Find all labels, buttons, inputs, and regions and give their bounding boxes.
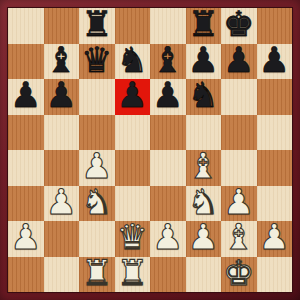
chess-board: ♜♜♚♝♛♞♝♟♟♟♟♟♟♟♞♟♝♟♞♞♟♟♛♟♟♝♟♜♜♚ bbox=[8, 8, 292, 292]
square-h8[interactable] bbox=[257, 8, 293, 44]
piece-white-bishop[interactable]: ♝ bbox=[188, 150, 219, 184]
square-b6[interactable]: ♟ bbox=[44, 79, 80, 115]
piece-white-bishop[interactable]: ♝ bbox=[223, 221, 254, 255]
square-f8[interactable]: ♜ bbox=[186, 8, 222, 44]
square-g1[interactable]: ♚ bbox=[221, 257, 257, 293]
square-c4[interactable]: ♟ bbox=[79, 150, 115, 186]
square-f5[interactable] bbox=[186, 115, 222, 151]
square-g3[interactable]: ♟ bbox=[221, 186, 257, 222]
piece-black-pawn[interactable]: ♟ bbox=[152, 79, 183, 113]
square-b4[interactable] bbox=[44, 150, 80, 186]
square-b3[interactable]: ♟ bbox=[44, 186, 80, 222]
board-frame: ♜♜♚♝♛♞♝♟♟♟♟♟♟♟♞♟♝♟♞♞♟♟♛♟♟♝♟♜♜♚ bbox=[0, 0, 300, 300]
square-a4[interactable] bbox=[8, 150, 44, 186]
piece-white-knight[interactable]: ♞ bbox=[81, 186, 112, 220]
piece-black-bishop[interactable]: ♝ bbox=[46, 44, 77, 78]
square-a3[interactable] bbox=[8, 186, 44, 222]
piece-white-pawn[interactable]: ♟ bbox=[259, 221, 290, 255]
piece-black-king[interactable]: ♚ bbox=[223, 8, 254, 42]
piece-black-pawn[interactable]: ♟ bbox=[46, 79, 77, 113]
square-h4[interactable] bbox=[257, 150, 293, 186]
square-a8[interactable] bbox=[8, 8, 44, 44]
square-a6[interactable]: ♟ bbox=[8, 79, 44, 115]
piece-white-pawn[interactable]: ♟ bbox=[188, 221, 219, 255]
square-h7[interactable]: ♟ bbox=[257, 44, 293, 80]
square-h5[interactable] bbox=[257, 115, 293, 151]
square-g5[interactable] bbox=[221, 115, 257, 151]
square-a2[interactable]: ♟ bbox=[8, 221, 44, 257]
piece-black-knight[interactable]: ♞ bbox=[188, 79, 219, 113]
square-g4[interactable] bbox=[221, 150, 257, 186]
square-b5[interactable] bbox=[44, 115, 80, 151]
square-f1[interactable] bbox=[186, 257, 222, 293]
square-e1[interactable] bbox=[150, 257, 186, 293]
piece-white-rook[interactable]: ♜ bbox=[117, 257, 148, 291]
square-b2[interactable] bbox=[44, 221, 80, 257]
square-h6[interactable] bbox=[257, 79, 293, 115]
square-g2[interactable]: ♝ bbox=[221, 221, 257, 257]
square-a5[interactable] bbox=[8, 115, 44, 151]
piece-white-pawn[interactable]: ♟ bbox=[223, 186, 254, 220]
piece-white-pawn[interactable]: ♟ bbox=[81, 150, 112, 184]
square-h2[interactable]: ♟ bbox=[257, 221, 293, 257]
square-b7[interactable]: ♝ bbox=[44, 44, 80, 80]
square-a7[interactable] bbox=[8, 44, 44, 80]
piece-white-pawn[interactable]: ♟ bbox=[152, 221, 183, 255]
square-d7[interactable]: ♞ bbox=[115, 44, 151, 80]
square-c6[interactable] bbox=[79, 79, 115, 115]
piece-black-pawn[interactable]: ♟ bbox=[188, 44, 219, 78]
square-f4[interactable]: ♝ bbox=[186, 150, 222, 186]
square-e2[interactable]: ♟ bbox=[150, 221, 186, 257]
square-f3[interactable]: ♞ bbox=[186, 186, 222, 222]
square-d2[interactable]: ♛ bbox=[115, 221, 151, 257]
piece-white-king[interactable]: ♚ bbox=[223, 257, 254, 291]
square-f6[interactable]: ♞ bbox=[186, 79, 222, 115]
piece-black-pawn[interactable]: ♟ bbox=[259, 44, 290, 78]
square-c8[interactable]: ♜ bbox=[79, 8, 115, 44]
piece-white-pawn[interactable]: ♟ bbox=[46, 186, 77, 220]
square-a1[interactable] bbox=[8, 257, 44, 293]
square-c7[interactable]: ♛ bbox=[79, 44, 115, 80]
square-h3[interactable] bbox=[257, 186, 293, 222]
piece-white-knight[interactable]: ♞ bbox=[188, 186, 219, 220]
square-c1[interactable]: ♜ bbox=[79, 257, 115, 293]
square-d5[interactable] bbox=[115, 115, 151, 151]
square-f2[interactable]: ♟ bbox=[186, 221, 222, 257]
square-d3[interactable] bbox=[115, 186, 151, 222]
square-b1[interactable] bbox=[44, 257, 80, 293]
square-c5[interactable] bbox=[79, 115, 115, 151]
piece-black-pawn[interactable]: ♟ bbox=[223, 44, 254, 78]
square-d4[interactable] bbox=[115, 150, 151, 186]
square-g6[interactable] bbox=[221, 79, 257, 115]
piece-black-pawn[interactable]: ♟ bbox=[117, 79, 148, 113]
piece-black-queen[interactable]: ♛ bbox=[81, 44, 112, 78]
piece-black-rook[interactable]: ♜ bbox=[188, 8, 219, 42]
square-e6[interactable]: ♟ bbox=[150, 79, 186, 115]
square-f7[interactable]: ♟ bbox=[186, 44, 222, 80]
square-d1[interactable]: ♜ bbox=[115, 257, 151, 293]
square-c3[interactable]: ♞ bbox=[79, 186, 115, 222]
square-e7[interactable]: ♝ bbox=[150, 44, 186, 80]
square-c2[interactable] bbox=[79, 221, 115, 257]
square-h1[interactable] bbox=[257, 257, 293, 293]
square-d8[interactable] bbox=[115, 8, 151, 44]
square-e3[interactable] bbox=[150, 186, 186, 222]
square-b8[interactable] bbox=[44, 8, 80, 44]
square-e5[interactable] bbox=[150, 115, 186, 151]
piece-black-bishop[interactable]: ♝ bbox=[152, 44, 183, 78]
piece-white-pawn[interactable]: ♟ bbox=[10, 221, 41, 255]
piece-black-pawn[interactable]: ♟ bbox=[10, 79, 41, 113]
square-g8[interactable]: ♚ bbox=[221, 8, 257, 44]
square-g7[interactable]: ♟ bbox=[221, 44, 257, 80]
square-e4[interactable] bbox=[150, 150, 186, 186]
square-d6[interactable]: ♟ bbox=[115, 79, 151, 115]
piece-white-queen[interactable]: ♛ bbox=[117, 221, 148, 255]
square-e8[interactable] bbox=[150, 8, 186, 44]
piece-white-rook[interactable]: ♜ bbox=[81, 257, 112, 291]
piece-black-rook[interactable]: ♜ bbox=[81, 8, 112, 42]
piece-black-knight[interactable]: ♞ bbox=[117, 44, 148, 78]
